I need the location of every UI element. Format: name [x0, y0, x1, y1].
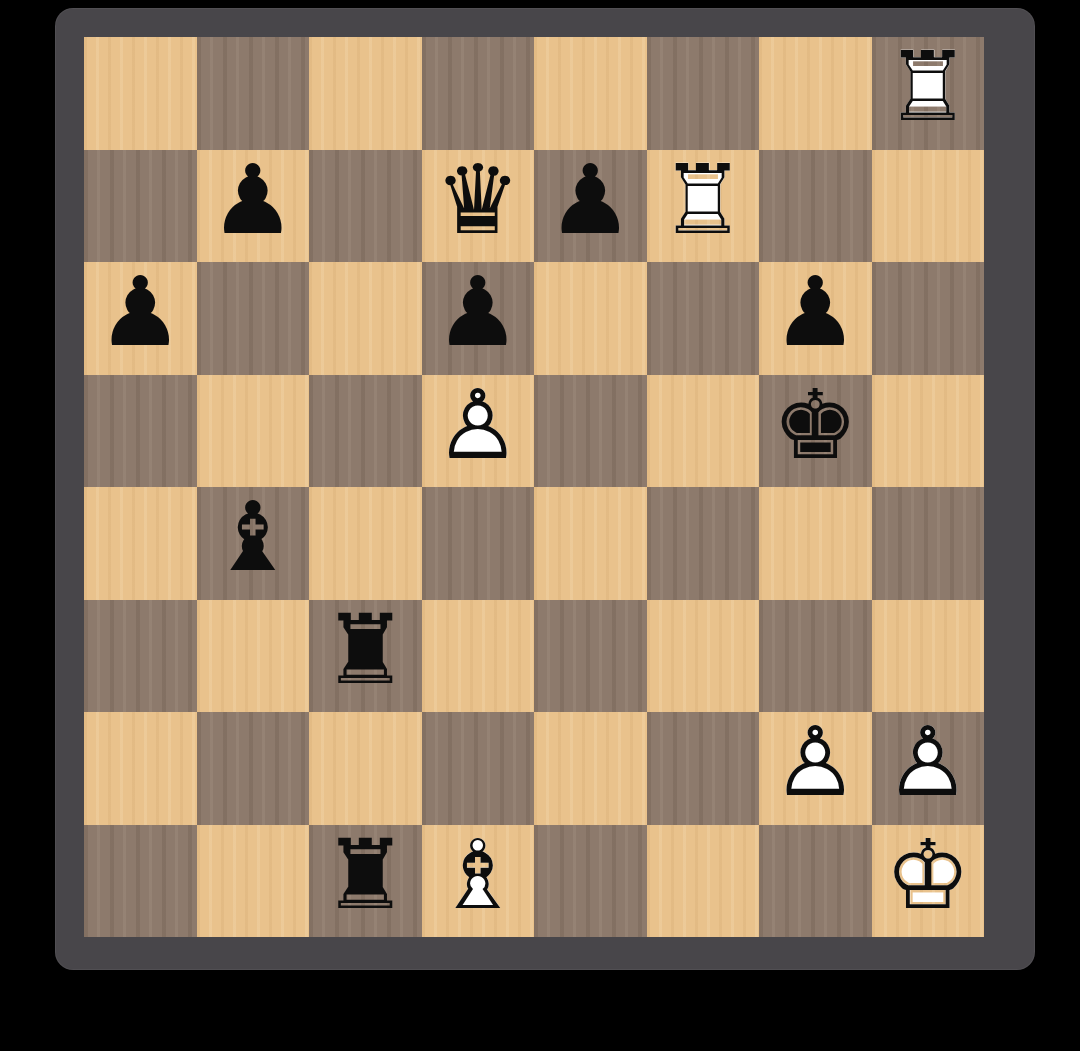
square-c2[interactable] [309, 712, 422, 825]
square-e7[interactable]: ♟ [534, 150, 647, 263]
square-b5[interactable] [197, 375, 310, 488]
square-g6[interactable]: ♟ [759, 262, 872, 375]
square-d3[interactable] [422, 600, 535, 713]
square-a2[interactable] [84, 712, 197, 825]
square-c7[interactable] [309, 150, 422, 263]
piece-glyph-outline: ♙ [422, 377, 535, 473]
square-e6[interactable] [534, 262, 647, 375]
white-bishop-icon[interactable]: ♝♗ [422, 825, 535, 938]
square-d6[interactable]: ♟ [422, 262, 535, 375]
square-g3[interactable] [759, 600, 872, 713]
square-a4[interactable] [84, 487, 197, 600]
square-e2[interactable] [534, 712, 647, 825]
black-pawn-icon[interactable]: ♟ [197, 150, 310, 263]
square-e5[interactable] [534, 375, 647, 488]
square-f5[interactable] [647, 375, 760, 488]
square-d4[interactable] [422, 487, 535, 600]
square-f3[interactable] [647, 600, 760, 713]
piece-glyph-outline: ♙ [759, 714, 872, 810]
square-g2[interactable]: ♟♙ [759, 712, 872, 825]
square-b3[interactable] [197, 600, 310, 713]
square-f6[interactable] [647, 262, 760, 375]
white-rook-icon[interactable]: ♜♖ [647, 150, 760, 263]
square-g5[interactable]: ♚ [759, 375, 872, 488]
square-d1[interactable]: ♝♗ [422, 825, 535, 938]
square-h1[interactable]: ♚♔ [872, 825, 985, 938]
square-c3[interactable]: ♜ [309, 600, 422, 713]
piece-glyph-outline: ♖ [647, 152, 760, 248]
square-h6[interactable] [872, 262, 985, 375]
piece-glyph-fill: ♟ [759, 264, 872, 360]
square-b1[interactable] [197, 825, 310, 938]
square-g8[interactable] [759, 37, 872, 150]
piece-glyph-fill: ♝ [197, 489, 310, 585]
square-a1[interactable] [84, 825, 197, 938]
square-h2[interactable]: ♟♙ [872, 712, 985, 825]
square-e1[interactable] [534, 825, 647, 938]
piece-glyph-outline: ♔ [872, 827, 985, 923]
square-b4[interactable]: ♝ [197, 487, 310, 600]
piece-glyph-outline: ♗ [422, 827, 535, 923]
square-c5[interactable] [309, 375, 422, 488]
piece-glyph-fill: ♟ [422, 264, 535, 360]
black-queen-icon[interactable]: ♛ [422, 150, 535, 263]
square-f8[interactable] [647, 37, 760, 150]
square-a5[interactable] [84, 375, 197, 488]
square-h3[interactable] [872, 600, 985, 713]
black-pawn-icon[interactable]: ♟ [84, 262, 197, 375]
square-b8[interactable] [197, 37, 310, 150]
square-f7[interactable]: ♜♖ [647, 150, 760, 263]
square-a8[interactable] [84, 37, 197, 150]
square-a3[interactable] [84, 600, 197, 713]
black-rook-icon[interactable]: ♜ [309, 825, 422, 938]
square-b6[interactable] [197, 262, 310, 375]
square-b7[interactable]: ♟ [197, 150, 310, 263]
chess-board[interactable]: ♜♖♟♛♟♜♖♟♟♟♟♙♚♝♜♟♙♟♙♜♝♗♚♔ [84, 37, 984, 937]
square-g4[interactable] [759, 487, 872, 600]
piece-glyph-fill: ♜ [309, 602, 422, 698]
square-h5[interactable] [872, 375, 985, 488]
black-king-icon[interactable]: ♚ [759, 375, 872, 488]
square-f1[interactable] [647, 825, 760, 938]
square-e3[interactable] [534, 600, 647, 713]
white-rook-icon[interactable]: ♜♖ [872, 37, 985, 150]
black-pawn-icon[interactable]: ♟ [534, 150, 647, 263]
square-f2[interactable] [647, 712, 760, 825]
square-e8[interactable] [534, 37, 647, 150]
white-pawn-icon[interactable]: ♟♙ [422, 375, 535, 488]
piece-glyph-fill: ♛ [422, 152, 535, 248]
square-d5[interactable]: ♟♙ [422, 375, 535, 488]
square-c1[interactable]: ♜ [309, 825, 422, 938]
piece-glyph-fill: ♚ [759, 377, 872, 473]
board-frame: ♜♖♟♛♟♜♖♟♟♟♟♙♚♝♜♟♙♟♙♜♝♗♚♔ [55, 8, 1035, 970]
white-pawn-icon[interactable]: ♟♙ [759, 712, 872, 825]
white-pawn-icon[interactable]: ♟♙ [872, 712, 985, 825]
piece-glyph-fill: ♟ [84, 264, 197, 360]
square-c6[interactable] [309, 262, 422, 375]
square-h4[interactable] [872, 487, 985, 600]
square-g1[interactable] [759, 825, 872, 938]
square-d2[interactable] [422, 712, 535, 825]
white-king-icon[interactable]: ♚♔ [872, 825, 985, 938]
square-e4[interactable] [534, 487, 647, 600]
black-bishop-icon[interactable]: ♝ [197, 487, 310, 600]
black-pawn-icon[interactable]: ♟ [759, 262, 872, 375]
square-h7[interactable] [872, 150, 985, 263]
piece-glyph-outline: ♙ [872, 714, 985, 810]
square-f4[interactable] [647, 487, 760, 600]
piece-glyph-fill: ♟ [534, 152, 647, 248]
square-g7[interactable] [759, 150, 872, 263]
square-c8[interactable] [309, 37, 422, 150]
square-d7[interactable]: ♛ [422, 150, 535, 263]
square-b2[interactable] [197, 712, 310, 825]
square-d8[interactable] [422, 37, 535, 150]
black-pawn-icon[interactable]: ♟ [422, 262, 535, 375]
black-rook-icon[interactable]: ♜ [309, 600, 422, 713]
piece-glyph-fill: ♟ [197, 152, 310, 248]
piece-glyph-fill: ♜ [309, 827, 422, 923]
square-a7[interactable] [84, 150, 197, 263]
square-a6[interactable]: ♟ [84, 262, 197, 375]
square-c4[interactable] [309, 487, 422, 600]
square-h8[interactable]: ♜♖ [872, 37, 985, 150]
piece-glyph-outline: ♖ [872, 39, 985, 135]
